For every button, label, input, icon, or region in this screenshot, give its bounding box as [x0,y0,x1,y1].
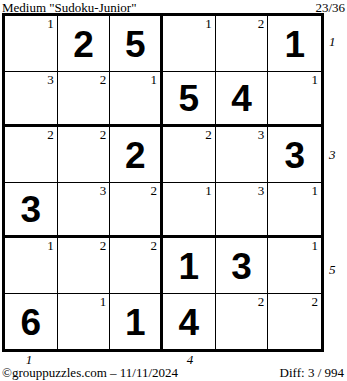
cell-r3c4[interactable]: 2 [163,127,216,183]
cell-r1c3[interactable]: 5 [110,16,163,72]
cell-r3c5[interactable]: 3 [216,127,269,183]
cell-r5c5[interactable]: 3 [216,238,269,294]
cell-r6c6[interactable]: 2 [268,294,321,350]
cell-r5c1[interactable]: 1 [5,238,58,294]
cell-r5c6[interactable]: 1 [268,238,321,294]
given-digit: 5 [125,26,146,63]
cell-r1c5[interactable]: 2 [216,16,269,72]
copyright-date: ©grouppuzzles.com – 11/11/2024 [2,365,178,381]
cell-r1c2[interactable]: 2 [58,16,111,72]
given-digit: 6 [21,304,42,341]
corner-mark: 2 [151,183,158,198]
given-digit: 1 [179,248,200,285]
given-digit: 3 [231,248,252,285]
given-digit: 5 [179,80,200,117]
corner-mark: 2 [100,127,107,142]
corner-mark: 1 [312,183,319,198]
corner-mark: 3 [100,183,107,198]
cell-r3c1[interactable]: 2 [5,127,58,183]
cell-r4c5[interactable]: 3 [216,183,269,239]
given-digit: 2 [73,26,94,63]
col-label-4: 4 [180,353,200,367]
corner-mark: 1 [312,72,319,87]
corner-mark: 2 [151,238,158,253]
cell-r6c4[interactable]: 4 [163,294,216,350]
corner-mark: 3 [258,183,265,198]
cell-r4c6[interactable]: 1 [268,183,321,239]
given-digit: 4 [231,80,252,117]
cell-r2c1[interactable]: 3 [5,72,58,128]
corner-mark: 2 [100,238,107,253]
cell-r6c3[interactable]: 1 [110,294,163,350]
corner-mark: 3 [47,72,54,87]
cell-r2c5[interactable]: 4 [216,72,269,128]
cell-r2c6[interactable]: 1 [268,72,321,128]
corner-mark: 1 [47,16,54,31]
cell-r3c2[interactable]: 2 [58,127,111,183]
corner-mark: 2 [312,294,319,309]
cell-r2c3[interactable]: 1 [110,72,163,128]
row-label-1: 1 [329,35,336,49]
corner-mark: 1 [205,16,212,31]
cell-r1c6[interactable]: 1 [268,16,321,72]
corner-mark: 3 [258,127,265,142]
difficulty-counter: Diff: 3 / 994 [280,365,344,381]
cell-r2c2[interactable]: 2 [58,72,111,128]
corner-mark: 1 [100,294,107,309]
row-label-5: 5 [329,263,336,277]
cell-r4c2[interactable]: 3 [58,183,111,239]
given-digit: 3 [284,137,305,174]
corner-mark: 2 [100,72,107,87]
cell-r2c4[interactable]: 5 [163,72,216,128]
cell-r3c3[interactable]: 2 [110,127,163,183]
cell-r1c1[interactable]: 1 [5,16,58,72]
cell-r5c4[interactable]: 1 [163,238,216,294]
cell-r5c3[interactable]: 2 [110,238,163,294]
corner-mark: 1 [47,238,54,253]
cell-r6c5[interactable]: 2 [216,294,269,350]
cell-r1c4[interactable]: 1 [163,16,216,72]
corner-mark: 2 [47,127,54,142]
corner-mark: 1 [151,72,158,87]
corner-mark: 2 [258,294,265,309]
corner-mark: 2 [258,16,265,31]
given-digit: 1 [284,26,305,63]
cell-r6c2[interactable]: 1 [58,294,111,350]
corner-mark: 1 [205,183,212,198]
corner-mark: 1 [312,238,319,253]
given-digit: 2 [125,137,146,174]
given-digit: 3 [21,191,42,228]
cell-r5c2[interactable]: 2 [58,238,111,294]
corner-mark: 2 [205,127,212,142]
sudoku-junior-board: 125121321541222233332131122131611422 [2,13,324,352]
cell-r4c1[interactable]: 3 [5,183,58,239]
cell-r4c3[interactable]: 2 [110,183,163,239]
cell-r6c1[interactable]: 6 [5,294,58,350]
cell-r3c6[interactable]: 3 [268,127,321,183]
given-digit: 4 [179,304,200,341]
row-label-3: 3 [329,148,336,162]
given-digit: 1 [125,304,146,341]
cell-r4c4[interactable]: 1 [163,183,216,239]
